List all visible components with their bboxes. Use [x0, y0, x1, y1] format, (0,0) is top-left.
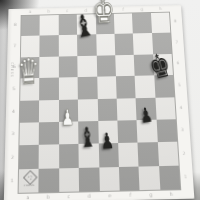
square-b1[interactable]	[39, 168, 59, 192]
chess-board: ♚♝♛♚♟♟♝♟ abcdefgh abcdefgh 87654321 8765…	[4, 5, 195, 200]
coord-label: 4	[176, 97, 185, 120]
coord-label: d	[79, 194, 100, 200]
square-a4[interactable]	[20, 100, 40, 123]
square-b2[interactable]	[39, 145, 59, 169]
black-pawn-glyph-icon: ♟	[138, 105, 154, 127]
white-pawn-c3[interactable]: ♟	[60, 111, 75, 128]
coord-label: a	[17, 196, 38, 200]
coord-label: 7	[172, 32, 181, 53]
coords-bottom: abcdefgh	[17, 192, 181, 200]
coord-label: 8	[11, 15, 19, 36]
square-d6[interactable]	[77, 55, 96, 77]
square-f4[interactable]	[117, 98, 137, 121]
coord-label: 4	[9, 100, 17, 123]
black-king-h5[interactable]: ♚	[151, 55, 176, 81]
square-b8[interactable]	[40, 15, 59, 36]
square-d5[interactable]	[78, 77, 98, 99]
square-e4[interactable]	[97, 98, 117, 121]
coord-label: c	[58, 195, 79, 200]
square-g2[interactable]	[138, 142, 159, 166]
board-squares	[18, 12, 182, 194]
square-e6[interactable]	[96, 55, 116, 77]
coord-label: 1	[8, 170, 17, 194]
coord-label: 2	[179, 142, 189, 166]
square-e5[interactable]	[97, 76, 117, 98]
brand-text: CHESS	[10, 62, 14, 77]
white-pawn-glyph-icon: ♟	[61, 107, 75, 129]
square-h8[interactable]	[151, 13, 171, 34]
coord-label: 1	[181, 166, 191, 190]
coord-label: f	[120, 193, 141, 199]
black-bishop-d7[interactable]: ♝	[75, 17, 98, 41]
square-f1[interactable]	[119, 166, 140, 190]
square-c5[interactable]	[59, 77, 78, 99]
square-b6[interactable]	[40, 56, 59, 78]
square-e7[interactable]	[96, 34, 115, 55]
white-queen-glyph-icon: ♛	[17, 54, 40, 90]
square-b5[interactable]	[39, 78, 58, 100]
square-g1[interactable]	[139, 166, 160, 190]
black-bishop-glyph-icon: ♝	[78, 123, 97, 152]
coord-label: h	[161, 192, 182, 198]
square-d4[interactable]	[78, 99, 98, 122]
square-c2[interactable]	[59, 144, 79, 168]
square-f5[interactable]	[116, 76, 136, 98]
square-b3[interactable]	[39, 122, 59, 145]
square-a8[interactable]	[21, 15, 40, 36]
coord-label: 8	[171, 11, 180, 32]
coord-label: e	[99, 194, 120, 200]
square-f3[interactable]	[117, 120, 137, 143]
square-a2[interactable]	[19, 145, 39, 169]
square-c6[interactable]	[59, 56, 78, 78]
square-h3[interactable]	[156, 119, 177, 142]
square-e1[interactable]	[99, 167, 120, 191]
white-queen-a5[interactable]: ♛	[16, 62, 42, 90]
square-b4[interactable]	[39, 99, 58, 122]
square-h4[interactable]	[155, 97, 176, 120]
square-h1[interactable]	[159, 165, 180, 189]
square-g8[interactable]	[132, 13, 152, 34]
coord-label: b	[38, 195, 59, 200]
black-bishop-d2[interactable]: ♝	[79, 130, 99, 152]
black-pawn-e2[interactable]: ♟	[100, 134, 116, 152]
coord-label: 3	[178, 119, 188, 142]
square-b7[interactable]	[40, 35, 59, 56]
square-a3[interactable]	[19, 122, 39, 145]
black-pawn-glyph-icon: ♟	[100, 129, 115, 152]
coord-label: 3	[9, 123, 18, 146]
square-a1[interactable]	[19, 168, 39, 192]
square-f7[interactable]	[114, 34, 134, 55]
photo-background: ♚♝♛♚♟♟♝♟ abcdefgh abcdefgh 87654321 8765…	[0, 0, 200, 200]
square-h2[interactable]	[157, 142, 178, 166]
coord-label: 2	[8, 146, 17, 170]
coord-label: g	[140, 193, 161, 199]
black-pawn-g3[interactable]: ♟	[139, 109, 154, 125]
square-d1[interactable]	[79, 167, 100, 191]
square-f6[interactable]	[115, 55, 135, 77]
square-c1[interactable]	[59, 168, 79, 192]
square-f2[interactable]	[118, 143, 139, 167]
